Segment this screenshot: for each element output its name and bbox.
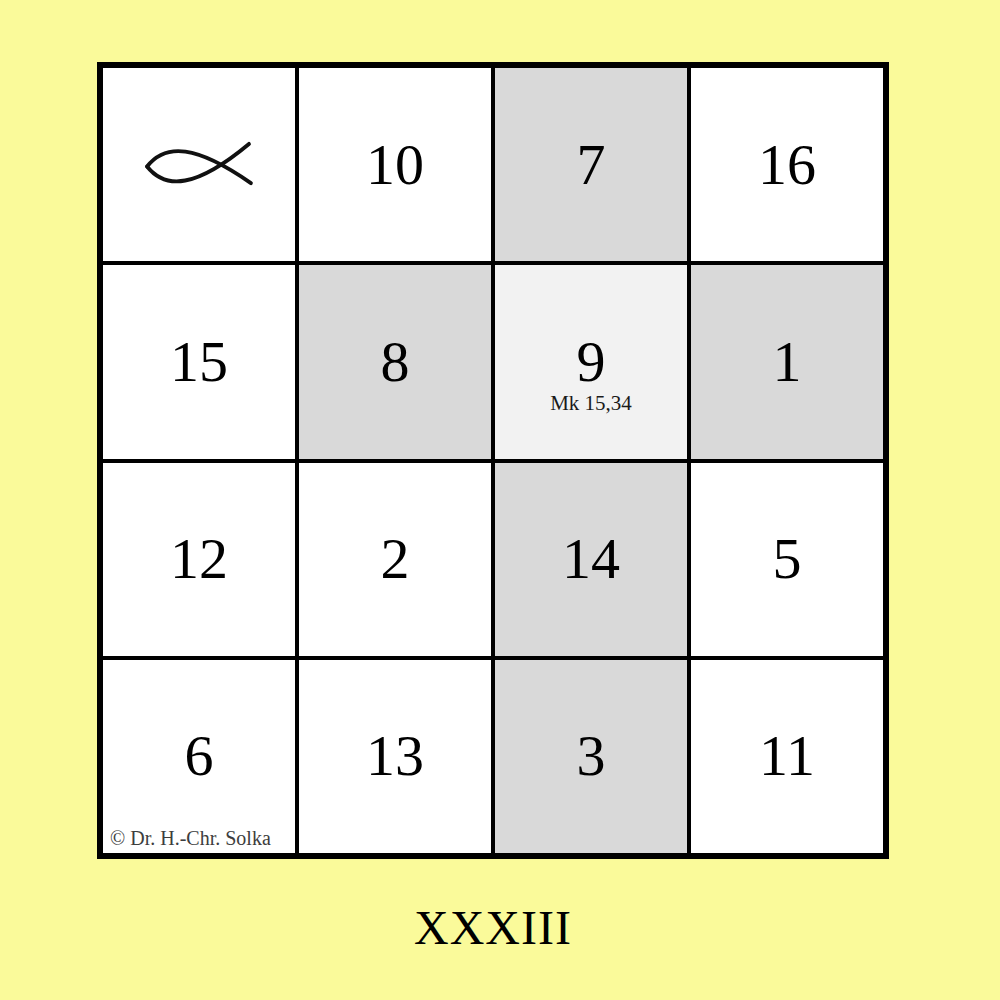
cell-value: 3 <box>577 727 606 785</box>
cell-value: 11 <box>759 727 815 785</box>
cell-value: 8 <box>381 333 410 391</box>
cell-value: 2 <box>381 530 410 588</box>
cell-value: 9 <box>577 333 606 391</box>
cell-r3c3: 14 <box>495 463 687 656</box>
copyright-text: © Dr. H.-Chr. Solka <box>110 827 271 850</box>
cell-value: 7 <box>577 136 606 194</box>
cell-value: 14 <box>562 530 620 588</box>
cell-value: 10 <box>366 136 424 194</box>
cell-r4c1: 6 © Dr. H.-Chr. Solka <box>103 660 295 853</box>
cell-value: 12 <box>170 530 228 588</box>
magic-constant-caption: XXXIII <box>97 900 889 955</box>
cell-r1c1 <box>103 68 295 261</box>
cell-r3c1: 12 <box>103 463 295 656</box>
bible-reference-note: Mk 15,34 <box>495 391 687 416</box>
cell-r3c2: 2 <box>299 463 491 656</box>
cell-r4c3: 3 <box>495 660 687 853</box>
cell-r2c4: 1 <box>691 265 883 458</box>
cell-r4c4: 11 <box>691 660 883 853</box>
cell-r2c3: 9 Mk 15,34 <box>495 265 687 458</box>
cell-r1c3: 7 <box>495 68 687 261</box>
cell-r2c1: 15 <box>103 265 295 458</box>
cell-r3c4: 5 <box>691 463 883 656</box>
cell-value: 13 <box>366 727 424 785</box>
cell-value: 6 <box>185 727 214 785</box>
page: 10 7 16 15 8 9 Mk 15,34 1 12 2 14 <box>0 0 1000 1000</box>
ichthys-fish-icon <box>143 141 255 188</box>
cell-value: 5 <box>773 530 802 588</box>
cell-r4c2: 13 <box>299 660 491 853</box>
cell-r1c2: 10 <box>299 68 491 261</box>
cell-r1c4: 16 <box>691 68 883 261</box>
cell-value: 15 <box>170 333 228 391</box>
magic-square-board: 10 7 16 15 8 9 Mk 15,34 1 12 2 14 <box>97 62 889 859</box>
cell-value: 1 <box>773 333 802 391</box>
cell-r2c2: 8 <box>299 265 491 458</box>
cell-value: 16 <box>758 136 816 194</box>
